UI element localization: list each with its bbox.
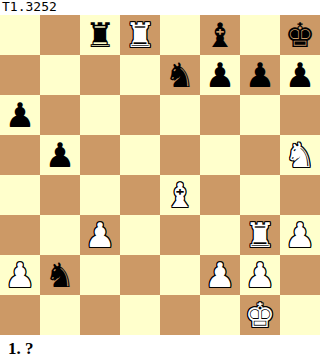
square-c8[interactable]: ♜ xyxy=(80,15,120,55)
square-f7[interactable]: ♟ xyxy=(200,55,240,95)
move-prompt: 1. ? xyxy=(0,335,320,359)
square-e5[interactable] xyxy=(160,135,200,175)
white-king[interactable]: ♚ xyxy=(245,295,275,335)
square-c7[interactable] xyxy=(80,55,120,95)
square-h2[interactable] xyxy=(280,255,320,295)
white-rook[interactable]: ♜ xyxy=(245,215,275,255)
white-pawn[interactable]: ♟ xyxy=(245,255,275,295)
square-a4[interactable] xyxy=(0,175,40,215)
black-knight[interactable]: ♞ xyxy=(45,255,75,295)
black-rook[interactable]: ♜ xyxy=(85,15,115,55)
square-h4[interactable] xyxy=(280,175,320,215)
square-f4[interactable] xyxy=(200,175,240,215)
black-bishop[interactable]: ♝ xyxy=(205,15,235,55)
square-g4[interactable] xyxy=(240,175,280,215)
square-h5[interactable]: ♞ xyxy=(280,135,320,175)
square-f6[interactable] xyxy=(200,95,240,135)
square-e6[interactable] xyxy=(160,95,200,135)
square-e2[interactable] xyxy=(160,255,200,295)
square-g6[interactable] xyxy=(240,95,280,135)
square-h1[interactable] xyxy=(280,295,320,335)
square-e7[interactable]: ♞ xyxy=(160,55,200,95)
square-b2[interactable]: ♞ xyxy=(40,255,80,295)
square-g7[interactable]: ♟ xyxy=(240,55,280,95)
white-pawn[interactable]: ♟ xyxy=(85,215,115,255)
square-d8[interactable]: ♜ xyxy=(120,15,160,55)
square-b1[interactable] xyxy=(40,295,80,335)
square-c1[interactable] xyxy=(80,295,120,335)
square-a6[interactable]: ♟ xyxy=(0,95,40,135)
square-h7[interactable]: ♟ xyxy=(280,55,320,95)
square-a8[interactable] xyxy=(0,15,40,55)
square-h3[interactable]: ♟ xyxy=(280,215,320,255)
square-a7[interactable] xyxy=(0,55,40,95)
square-h8[interactable]: ♚ xyxy=(280,15,320,55)
black-pawn[interactable]: ♟ xyxy=(205,55,235,95)
square-b3[interactable] xyxy=(40,215,80,255)
square-g5[interactable] xyxy=(240,135,280,175)
square-e3[interactable] xyxy=(160,215,200,255)
square-d7[interactable] xyxy=(120,55,160,95)
square-e4[interactable]: ♝ xyxy=(160,175,200,215)
square-f3[interactable] xyxy=(200,215,240,255)
white-pawn[interactable]: ♟ xyxy=(5,255,35,295)
square-h6[interactable] xyxy=(280,95,320,135)
square-d3[interactable] xyxy=(120,215,160,255)
black-pawn[interactable]: ♟ xyxy=(45,135,75,175)
square-f8[interactable]: ♝ xyxy=(200,15,240,55)
white-bishop[interactable]: ♝ xyxy=(165,175,195,215)
square-f2[interactable]: ♟ xyxy=(200,255,240,295)
black-pawn[interactable]: ♟ xyxy=(5,95,35,135)
square-b8[interactable] xyxy=(40,15,80,55)
square-b7[interactable] xyxy=(40,55,80,95)
square-e1[interactable] xyxy=(160,295,200,335)
square-a5[interactable] xyxy=(0,135,40,175)
square-g2[interactable]: ♟ xyxy=(240,255,280,295)
square-a3[interactable] xyxy=(0,215,40,255)
square-d6[interactable] xyxy=(120,95,160,135)
square-e8[interactable] xyxy=(160,15,200,55)
square-d4[interactable] xyxy=(120,175,160,215)
square-g8[interactable] xyxy=(240,15,280,55)
square-d5[interactable] xyxy=(120,135,160,175)
square-d2[interactable] xyxy=(120,255,160,295)
chess-puzzle-app: T1.3252 ♜♜♝♚♞♟♟♟♟♟♞♝♟♜♟♟♞♟♟♚ 1. ? xyxy=(0,0,320,359)
white-pawn[interactable]: ♟ xyxy=(285,215,315,255)
white-knight[interactable]: ♞ xyxy=(285,135,315,175)
black-knight[interactable]: ♞ xyxy=(165,55,195,95)
white-pawn[interactable]: ♟ xyxy=(205,255,235,295)
chess-board: ♜♜♝♚♞♟♟♟♟♟♞♝♟♜♟♟♞♟♟♚ xyxy=(0,15,320,335)
square-g1[interactable]: ♚ xyxy=(240,295,280,335)
square-g3[interactable]: ♜ xyxy=(240,215,280,255)
square-c2[interactable] xyxy=(80,255,120,295)
square-a1[interactable] xyxy=(0,295,40,335)
square-c3[interactable]: ♟ xyxy=(80,215,120,255)
square-f1[interactable] xyxy=(200,295,240,335)
black-pawn[interactable]: ♟ xyxy=(245,55,275,95)
square-b4[interactable] xyxy=(40,175,80,215)
square-c4[interactable] xyxy=(80,175,120,215)
square-d1[interactable] xyxy=(120,295,160,335)
square-b5[interactable]: ♟ xyxy=(40,135,80,175)
square-a2[interactable]: ♟ xyxy=(0,255,40,295)
black-king[interactable]: ♚ xyxy=(285,15,315,55)
square-c5[interactable] xyxy=(80,135,120,175)
square-c6[interactable] xyxy=(80,95,120,135)
square-f5[interactable] xyxy=(200,135,240,175)
black-pawn[interactable]: ♟ xyxy=(285,55,315,95)
white-rook[interactable]: ♜ xyxy=(125,15,155,55)
puzzle-id: T1.3252 xyxy=(0,0,320,15)
square-b6[interactable] xyxy=(40,95,80,135)
